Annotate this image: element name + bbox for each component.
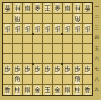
square-3-8[interactable] (63, 75, 73, 86)
piece-gote-pawn[interactable]: 歩 (73, 24, 82, 34)
square-6-3[interactable]: 歩 (33, 24, 43, 35)
square-8-2[interactable]: 飛 (13, 14, 23, 25)
square-3-6[interactable] (63, 54, 73, 64)
square-5-7[interactable]: 歩 (43, 64, 53, 75)
piece-sente-pawn[interactable]: 歩 (13, 64, 22, 74)
square-9-2[interactable] (3, 14, 13, 25)
square-9-7[interactable]: 歩 (3, 64, 13, 75)
square-4-9[interactable]: 金 (53, 85, 63, 95)
square-7-7[interactable]: 歩 (23, 64, 33, 75)
square-5-9[interactable]: 玉 (43, 85, 53, 95)
square-4-2[interactable] (53, 14, 63, 25)
square-5-2[interactable] (43, 14, 53, 25)
piece-sente-silver[interactable]: 銀 (23, 85, 32, 95)
square-6-2[interactable] (33, 14, 43, 25)
square-2-8[interactable]: 飛 (73, 75, 83, 86)
square-3-4[interactable] (63, 35, 73, 45)
square-2-6[interactable] (73, 54, 83, 64)
square-6-1[interactable]: 金 (33, 3, 43, 14)
square-5-3[interactable]: 歩 (43, 24, 53, 35)
piece-gote-pawn[interactable]: 歩 (3, 24, 12, 34)
square-4-7[interactable]: 歩 (53, 64, 63, 75)
piece-sente-knight[interactable]: 桂 (13, 85, 22, 95)
piece-gote-gold[interactable]: 金 (53, 3, 62, 13)
square-3-9[interactable]: 銀 (63, 85, 73, 95)
square-6-8[interactable] (33, 75, 43, 86)
piece-sente-pawn[interactable]: 歩 (63, 64, 72, 74)
square-4-5[interactable] (53, 44, 63, 54)
square-5-4[interactable] (43, 35, 53, 45)
square-7-8[interactable] (23, 75, 33, 86)
square-1-4[interactable] (83, 35, 92, 45)
square-2-1[interactable]: 桂 (73, 3, 83, 14)
piece-sente-pawn[interactable]: 歩 (83, 64, 92, 74)
square-8-4[interactable] (13, 35, 23, 45)
square-2-7[interactable]: 歩 (73, 64, 83, 75)
rank-label-3: 三 (94, 23, 101, 33)
rank-label-9: 九 (94, 86, 101, 96)
square-5-1[interactable]: 王 (43, 3, 53, 14)
piece-gote-pawn[interactable]: 歩 (33, 24, 42, 34)
square-6-6[interactable] (33, 54, 43, 64)
piece-gote-pawn[interactable]: 歩 (43, 24, 52, 34)
piece-gote-rook[interactable]: 飛 (13, 14, 22, 24)
piece-sente-knight[interactable]: 桂 (73, 85, 82, 95)
piece-gote-king[interactable]: 王 (43, 3, 52, 13)
piece-gote-pawn[interactable]: 歩 (13, 24, 22, 34)
square-8-3[interactable]: 歩 (13, 24, 23, 35)
piece-gote-knight[interactable]: 桂 (13, 3, 22, 13)
square-9-5[interactable] (3, 44, 13, 54)
square-7-1[interactable]: 銀 (23, 3, 33, 14)
square-6-9[interactable]: 金 (33, 85, 43, 95)
piece-sente-pawn[interactable]: 歩 (73, 64, 82, 74)
square-1-3[interactable]: 歩 (83, 24, 92, 35)
square-8-7[interactable]: 歩 (13, 64, 23, 75)
piece-sente-pawn[interactable]: 歩 (3, 64, 12, 74)
square-6-5[interactable] (33, 44, 43, 54)
piece-sente-lance[interactable]: 香 (3, 85, 12, 95)
square-8-8[interactable]: 角 (13, 75, 23, 86)
square-8-9[interactable]: 桂 (13, 85, 23, 95)
piece-sente-pawn[interactable]: 歩 (43, 64, 52, 74)
square-1-6[interactable] (83, 54, 92, 64)
square-1-5[interactable] (83, 44, 92, 54)
square-3-1[interactable]: 銀 (63, 3, 73, 14)
piece-gote-silver[interactable]: 銀 (23, 3, 32, 13)
piece-gote-lance[interactable]: 香 (83, 3, 92, 13)
rank-labels: 一二三四五六七八九 (94, 2, 101, 96)
square-3-7[interactable]: 歩 (63, 64, 73, 75)
piece-sente-pawn[interactable]: 歩 (23, 64, 32, 74)
piece-gote-knight[interactable]: 桂 (73, 3, 82, 13)
rank-label-4: 四 (94, 33, 101, 43)
square-3-2[interactable] (63, 14, 73, 25)
rank-label-2: 二 (94, 12, 101, 22)
piece-sente-silver[interactable]: 銀 (63, 85, 72, 95)
piece-sente-pawn[interactable]: 歩 (33, 64, 42, 74)
piece-sente-king[interactable]: 玉 (43, 85, 52, 95)
piece-sente-lance[interactable]: 香 (83, 85, 92, 95)
square-8-6[interactable] (13, 54, 23, 64)
square-5-6[interactable] (43, 54, 53, 64)
square-7-2[interactable] (23, 14, 33, 25)
square-9-9[interactable]: 香 (3, 85, 13, 95)
square-9-1[interactable]: 香 (3, 3, 13, 14)
square-2-4[interactable] (73, 35, 83, 45)
square-9-4[interactable] (3, 35, 13, 45)
square-7-9[interactable]: 銀 (23, 85, 33, 95)
square-5-5[interactable] (43, 44, 53, 54)
square-9-8[interactable] (3, 75, 13, 86)
square-6-7[interactable]: 歩 (33, 64, 43, 75)
square-4-8[interactable] (53, 75, 63, 86)
piece-sente-gold[interactable]: 金 (33, 85, 42, 95)
square-1-8[interactable] (83, 75, 92, 86)
square-7-4[interactable] (23, 35, 33, 45)
piece-gote-gold[interactable]: 金 (33, 3, 42, 13)
rank-label-1: 一 (94, 2, 101, 12)
square-2-9[interactable]: 桂 (73, 85, 83, 95)
square-4-1[interactable]: 金 (53, 3, 63, 14)
square-9-3[interactable]: 歩 (3, 24, 13, 35)
shogi-board: 香桂銀金王金銀桂香飛角歩歩歩歩歩歩歩歩歩歩歩歩歩歩歩歩歩歩角飛香桂銀金玉金銀桂香 (2, 2, 93, 96)
star-point (32, 33, 34, 35)
piece-gote-silver[interactable]: 銀 (63, 3, 72, 13)
rank-label-8: 八 (94, 75, 101, 85)
piece-sente-pawn[interactable]: 歩 (53, 64, 62, 74)
square-1-7[interactable]: 歩 (83, 64, 92, 75)
square-2-2[interactable]: 角 (73, 14, 83, 25)
piece-sente-gold[interactable]: 金 (53, 85, 62, 95)
square-4-4[interactable] (53, 35, 63, 45)
rank-label-5: 五 (94, 44, 101, 54)
piece-gote-pawn[interactable]: 歩 (53, 24, 62, 34)
piece-gote-lance[interactable]: 香 (3, 3, 12, 13)
square-9-6[interactable] (3, 54, 13, 64)
rank-label-7: 七 (94, 65, 101, 75)
square-7-5[interactable] (23, 44, 33, 54)
square-1-2[interactable] (83, 14, 92, 25)
rank-label-6: 六 (94, 54, 101, 64)
square-6-4[interactable] (33, 35, 43, 45)
shogi-diagram: 香桂銀金王金銀桂香飛角歩歩歩歩歩歩歩歩歩歩歩歩歩歩歩歩歩歩角飛香桂銀金玉金銀桂香… (0, 0, 100, 100)
square-3-5[interactable] (63, 44, 73, 54)
square-8-1[interactable]: 桂 (13, 3, 23, 14)
square-2-5[interactable] (73, 44, 83, 54)
square-8-5[interactable] (13, 44, 23, 54)
square-2-3[interactable]: 歩 (73, 24, 83, 35)
piece-gote-pawn[interactable]: 歩 (63, 24, 72, 34)
square-5-8[interactable] (43, 75, 53, 86)
piece-sente-bishop[interactable]: 角 (13, 75, 22, 85)
piece-gote-pawn[interactable]: 歩 (83, 24, 92, 34)
square-1-1[interactable]: 香 (83, 3, 92, 14)
piece-gote-pawn[interactable]: 歩 (23, 24, 32, 34)
square-1-9[interactable]: 香 (83, 85, 92, 95)
piece-sente-rook[interactable]: 飛 (73, 75, 82, 85)
piece-gote-bishop[interactable]: 角 (73, 14, 82, 24)
square-3-3[interactable]: 歩 (63, 24, 73, 35)
